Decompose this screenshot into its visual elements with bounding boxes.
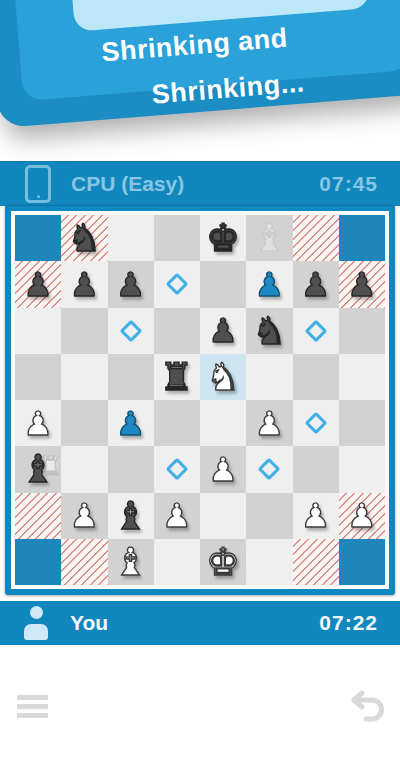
square-b1[interactable] xyxy=(61,539,107,585)
black-king-piece[interactable]: ♚ xyxy=(206,219,240,257)
move-target-marker[interactable] xyxy=(166,458,189,481)
square-g3[interactable] xyxy=(293,446,339,492)
opponent-name: CPU (Easy) xyxy=(71,172,184,196)
square-e2[interactable] xyxy=(200,493,246,539)
person-icon xyxy=(22,606,50,640)
black-pawn-piece[interactable]: ♟ xyxy=(23,268,53,301)
square-h7[interactable]: ♟ xyxy=(339,261,385,307)
square-d7[interactable] xyxy=(154,261,200,307)
square-a1[interactable] xyxy=(15,539,61,585)
square-e8[interactable]: ♚ xyxy=(200,215,246,261)
square-h6[interactable] xyxy=(339,308,385,354)
move-target-marker[interactable] xyxy=(258,458,281,481)
square-a2[interactable] xyxy=(15,493,61,539)
square-e3[interactable]: ♟ xyxy=(200,446,246,492)
move-target-marker[interactable] xyxy=(304,412,327,435)
square-e5[interactable]: ♞ xyxy=(200,354,246,400)
white-knight-piece[interactable]: ♞ xyxy=(206,358,240,396)
square-e6[interactable]: ♟ xyxy=(200,308,246,354)
square-b5[interactable] xyxy=(61,354,107,400)
square-g5[interactable] xyxy=(293,354,339,400)
white-king-piece[interactable]: ♚ xyxy=(206,543,240,581)
square-d6[interactable] xyxy=(154,308,200,354)
square-d8[interactable] xyxy=(154,215,200,261)
chess-board-frame: ♞♚♝♟♟♟♟♟♟♟♞♜♞♟♟♟♝♜♟♟♝♟♟♟♝♚ xyxy=(5,205,395,595)
move-target-marker[interactable] xyxy=(304,319,327,342)
blue-pawn-piece[interactable]: ♟ xyxy=(116,407,146,440)
square-c3[interactable] xyxy=(108,446,154,492)
square-e1[interactable]: ♚ xyxy=(200,539,246,585)
square-f6[interactable]: ♞ xyxy=(246,308,292,354)
square-c8[interactable] xyxy=(108,215,154,261)
title-card: Shrinking and Shrinking... xyxy=(0,0,400,128)
black-rook-piece[interactable]: ♜ xyxy=(160,358,194,396)
square-h2[interactable]: ♟ xyxy=(339,493,385,539)
square-h1[interactable] xyxy=(339,539,385,585)
square-b6[interactable] xyxy=(61,308,107,354)
square-f3[interactable] xyxy=(246,446,292,492)
chess-board[interactable]: ♞♚♝♟♟♟♟♟♟♟♞♜♞♟♟♟♝♜♟♟♝♟♟♟♝♚ xyxy=(15,215,385,585)
black-pawn-piece[interactable]: ♟ xyxy=(347,268,377,301)
move-target-marker[interactable] xyxy=(166,273,189,296)
square-f8[interactable]: ♝ xyxy=(246,215,292,261)
white-pawn-piece[interactable]: ♟ xyxy=(255,407,285,440)
square-g2[interactable]: ♟ xyxy=(293,493,339,539)
square-c7[interactable]: ♟ xyxy=(108,261,154,307)
square-h4[interactable] xyxy=(339,400,385,446)
square-d5[interactable]: ♜ xyxy=(154,354,200,400)
menu-bar xyxy=(17,704,48,709)
square-e4[interactable] xyxy=(200,400,246,446)
white-pawn-piece[interactable]: ♟ xyxy=(70,499,100,532)
black-pawn-piece[interactable]: ♟ xyxy=(70,268,100,301)
square-f7[interactable]: ♟ xyxy=(246,261,292,307)
square-g6[interactable] xyxy=(293,308,339,354)
square-f5[interactable] xyxy=(246,354,292,400)
square-d4[interactable] xyxy=(154,400,200,446)
black-knight-piece[interactable]: ♞ xyxy=(67,219,101,257)
app-screen: Shrinking and Shrinking... CPU (Easy) 07… xyxy=(0,0,400,768)
white-pawn-piece[interactable]: ♟ xyxy=(301,499,331,532)
square-c1[interactable]: ♝ xyxy=(108,539,154,585)
square-d3[interactable] xyxy=(154,446,200,492)
square-a8[interactable] xyxy=(15,215,61,261)
square-a7[interactable]: ♟ xyxy=(15,261,61,307)
square-b8[interactable]: ♞ xyxy=(61,215,107,261)
square-c2[interactable]: ♝ xyxy=(108,493,154,539)
white-pawn-piece[interactable]: ♟ xyxy=(347,499,377,532)
menu-button[interactable] xyxy=(17,695,48,722)
menu-bar xyxy=(17,713,48,718)
player-bar: You 07:22 xyxy=(0,601,400,645)
square-h5[interactable] xyxy=(339,354,385,400)
move-target-marker[interactable] xyxy=(119,319,142,342)
chess-board-border: ♞♚♝♟♟♟♟♟♟♟♞♜♞♟♟♟♝♜♟♟♝♟♟♟♝♚ xyxy=(11,211,389,589)
square-a4[interactable]: ♟ xyxy=(15,400,61,446)
white-pawn-piece[interactable]: ♟ xyxy=(23,407,53,440)
ghost-bishop-piece[interactable]: ♝ xyxy=(252,219,286,257)
menu-bar xyxy=(17,695,48,700)
phone-icon xyxy=(25,165,51,203)
square-g8[interactable] xyxy=(293,215,339,261)
square-f2[interactable] xyxy=(246,493,292,539)
square-d2[interactable]: ♟ xyxy=(154,493,200,539)
square-c4[interactable]: ♟ xyxy=(108,400,154,446)
black-pawn-piece[interactable]: ♟ xyxy=(301,268,331,301)
undo-button[interactable] xyxy=(348,690,384,722)
white-bishop-piece[interactable]: ♝ xyxy=(114,543,148,581)
black-pawn-piece[interactable]: ♟ xyxy=(208,314,238,347)
square-c5[interactable] xyxy=(108,354,154,400)
opponent-clock: 07:45 xyxy=(319,172,378,196)
square-f1[interactable] xyxy=(246,539,292,585)
black-knight-piece[interactable]: ♞ xyxy=(252,312,286,350)
square-a6[interactable] xyxy=(15,308,61,354)
square-d1[interactable] xyxy=(154,539,200,585)
blue-pawn-piece[interactable]: ♟ xyxy=(255,268,285,301)
square-b3[interactable] xyxy=(61,446,107,492)
square-b4[interactable] xyxy=(61,400,107,446)
opponent-bar: CPU (Easy) 07:45 xyxy=(0,161,400,206)
square-c6[interactable] xyxy=(108,308,154,354)
player-clock: 07:22 xyxy=(319,611,378,635)
square-b7[interactable]: ♟ xyxy=(61,261,107,307)
white-pawn-piece[interactable]: ♟ xyxy=(162,499,192,532)
square-g4[interactable] xyxy=(293,400,339,446)
black-pawn-piece[interactable]: ♟ xyxy=(116,268,146,301)
square-b2[interactable]: ♟ xyxy=(61,493,107,539)
square-f4[interactable]: ♟ xyxy=(246,400,292,446)
square-a3[interactable]: ♝♜ xyxy=(15,446,61,492)
square-h8[interactable] xyxy=(339,215,385,261)
square-h3[interactable] xyxy=(339,446,385,492)
square-a5[interactable] xyxy=(15,354,61,400)
square-e7[interactable] xyxy=(200,261,246,307)
player-name: You xyxy=(70,611,108,635)
fading-white-rook-piece: ♜ xyxy=(39,453,62,479)
white-pawn-piece[interactable]: ♟ xyxy=(208,453,238,486)
black-bishop-piece[interactable]: ♝ xyxy=(114,497,148,535)
square-g1[interactable] xyxy=(293,539,339,585)
square-g7[interactable]: ♟ xyxy=(293,261,339,307)
